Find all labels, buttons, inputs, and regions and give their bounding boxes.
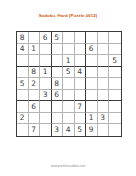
cell-r1c9 xyxy=(109,32,121,44)
sudoku-grid: 865416158154528366721373459 xyxy=(16,31,122,137)
cell-r8c4 xyxy=(52,113,64,125)
cell-r6c1 xyxy=(17,90,29,102)
cell-r2c2: 1 xyxy=(29,44,41,56)
cell-r4c1 xyxy=(17,67,29,79)
cell-r8c6 xyxy=(75,113,87,125)
cell-r7c9 xyxy=(109,101,121,113)
cell-r6c6 xyxy=(75,90,87,102)
cell-r9c1 xyxy=(17,124,29,136)
cell-r3c2 xyxy=(29,55,41,67)
cell-r5c9 xyxy=(109,78,121,90)
cell-r5c7 xyxy=(86,78,98,90)
cell-r5c2: 2 xyxy=(29,78,41,90)
cell-r7c4 xyxy=(52,101,64,113)
cell-r3c1 xyxy=(17,55,29,67)
cell-r9c6: 5 xyxy=(75,124,87,136)
cell-r2c3 xyxy=(40,44,52,56)
cell-r9c9 xyxy=(109,124,121,136)
cell-r6c8 xyxy=(98,90,110,102)
cell-r8c3 xyxy=(40,113,52,125)
cell-r7c3 xyxy=(40,101,52,113)
cell-r8c5 xyxy=(63,113,75,125)
puzzle-title: Sudoku, Hard (Puzzle #612) xyxy=(0,13,136,18)
cell-r7c8 xyxy=(98,101,110,113)
cell-r4c2: 8 xyxy=(29,67,41,79)
cell-r7c7 xyxy=(86,101,98,113)
cell-r4c9 xyxy=(109,67,121,79)
cell-r7c6: 7 xyxy=(75,101,87,113)
cell-r1c4: 5 xyxy=(52,32,64,44)
cell-r1c6 xyxy=(75,32,87,44)
cell-r6c5 xyxy=(63,90,75,102)
cell-r3c7 xyxy=(86,55,98,67)
cell-r2c4 xyxy=(52,44,64,56)
cell-r6c3: 3 xyxy=(40,90,52,102)
cell-r4c7 xyxy=(86,67,98,79)
cell-r9c7: 9 xyxy=(86,124,98,136)
cell-r9c3 xyxy=(40,124,52,136)
cell-r3c3 xyxy=(40,55,52,67)
cell-r1c8 xyxy=(98,32,110,44)
cell-r3c8 xyxy=(98,55,110,67)
cell-r9c4: 3 xyxy=(52,124,64,136)
cell-r3c6 xyxy=(75,55,87,67)
cell-r1c2 xyxy=(29,32,41,44)
footer-url: www.printfreesudoku.com xyxy=(0,164,136,168)
cell-r5c8 xyxy=(98,78,110,90)
cell-r5c1: 5 xyxy=(17,78,29,90)
cell-r3c4 xyxy=(52,55,64,67)
cell-r9c5: 4 xyxy=(63,124,75,136)
cell-r6c7 xyxy=(86,90,98,102)
cell-r1c5 xyxy=(63,32,75,44)
cell-r8c9 xyxy=(109,113,121,125)
cell-r2c9 xyxy=(109,44,121,56)
cell-r5c6 xyxy=(75,78,87,90)
cell-r4c5: 5 xyxy=(63,67,75,79)
cell-r2c6 xyxy=(75,44,87,56)
cell-r2c7: 6 xyxy=(86,44,98,56)
sudoku-sheet: Sudoku, Hard (Puzzle #612) 8654161581545… xyxy=(0,0,136,176)
cell-r1c1: 8 xyxy=(17,32,29,44)
cell-r7c5 xyxy=(63,101,75,113)
cell-r5c4: 8 xyxy=(52,78,64,90)
cell-r2c5 xyxy=(63,44,75,56)
cell-r3c9: 5 xyxy=(109,55,121,67)
cell-r1c7 xyxy=(86,32,98,44)
cell-r6c9 xyxy=(109,90,121,102)
cell-r8c7: 1 xyxy=(86,113,98,125)
cell-r8c2 xyxy=(29,113,41,125)
cell-r8c1: 2 xyxy=(17,113,29,125)
cell-r4c8 xyxy=(98,67,110,79)
cell-r9c8 xyxy=(98,124,110,136)
cell-r2c1: 4 xyxy=(17,44,29,56)
cell-r2c8 xyxy=(98,44,110,56)
cell-r4c6: 4 xyxy=(75,67,87,79)
cell-r1c3: 6 xyxy=(40,32,52,44)
cell-r7c2: 6 xyxy=(29,101,41,113)
cell-r4c3: 1 xyxy=(40,67,52,79)
cell-r5c3 xyxy=(40,78,52,90)
cell-r7c1 xyxy=(17,101,29,113)
cell-r3c5: 1 xyxy=(63,55,75,67)
cell-r6c2 xyxy=(29,90,41,102)
cell-r4c4 xyxy=(52,67,64,79)
cell-r9c2: 7 xyxy=(29,124,41,136)
cell-r6c4: 6 xyxy=(52,90,64,102)
cell-r8c8: 3 xyxy=(98,113,110,125)
cell-r5c5 xyxy=(63,78,75,90)
